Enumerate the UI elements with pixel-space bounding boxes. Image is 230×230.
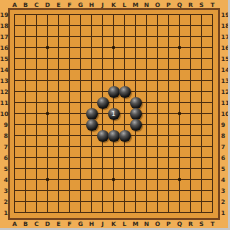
column-label-top-m: M <box>130 1 141 9</box>
column-label-bottom-t: T <box>207 220 218 228</box>
image-edge-bottom <box>0 228 230 230</box>
row-label-left-10: 10 <box>0 108 8 119</box>
column-label-top-g: G <box>75 1 86 9</box>
black-stone-l12[interactable] <box>119 86 131 98</box>
column-label-bottom-g: G <box>75 220 86 228</box>
column-label-bottom-k: K <box>108 220 119 228</box>
black-stone-m10[interactable] <box>130 108 142 120</box>
column-label-top-p: P <box>163 1 174 9</box>
column-label-bottom-n: N <box>141 220 152 228</box>
column-label-bottom-o: O <box>152 220 163 228</box>
column-label-top-f: F <box>64 1 75 9</box>
column-label-bottom-l: L <box>119 220 130 228</box>
black-stone-j8[interactable] <box>97 130 109 142</box>
column-label-bottom-b: B <box>20 220 31 228</box>
star-point-q16 <box>178 46 181 49</box>
column-label-top-a: A <box>9 1 20 9</box>
column-label-bottom-q: Q <box>174 220 185 228</box>
black-stone-k8[interactable] <box>108 130 120 142</box>
row-label-left-15: 15 <box>0 53 8 64</box>
row-label-left-16: 16 <box>0 42 8 53</box>
column-label-top-t: T <box>207 1 218 9</box>
black-stone-m9[interactable] <box>130 119 142 131</box>
black-stone-m11[interactable] <box>130 97 142 109</box>
row-label-left-12: 12 <box>0 86 8 97</box>
column-label-top-o: O <box>152 1 163 9</box>
row-label-left-19: 19 <box>0 9 8 20</box>
row-label-left-8: 8 <box>0 130 8 141</box>
row-label-left-1: 1 <box>0 207 8 218</box>
star-point-q10 <box>178 112 181 115</box>
row-label-left-4: 4 <box>0 174 8 185</box>
column-label-top-n: N <box>141 1 152 9</box>
row-label-left-9: 9 <box>0 119 8 130</box>
column-label-top-d: D <box>42 1 53 9</box>
column-label-top-k: K <box>108 1 119 9</box>
column-label-top-r: R <box>185 1 196 9</box>
column-label-top-c: C <box>31 1 42 9</box>
black-stone-k10[interactable]: 1 <box>108 108 120 120</box>
column-label-bottom-a: A <box>9 220 20 228</box>
column-label-top-e: E <box>53 1 64 9</box>
column-label-top-q: Q <box>174 1 185 9</box>
column-label-bottom-r: R <box>185 220 196 228</box>
black-stone-k12[interactable] <box>108 86 120 98</box>
row-label-left-7: 7 <box>0 141 8 152</box>
row-label-left-3: 3 <box>0 185 8 196</box>
column-label-bottom-h: H <box>86 220 97 228</box>
star-point-d10 <box>46 112 49 115</box>
column-label-bottom-j: J <box>97 220 108 228</box>
black-stone-l8[interactable] <box>119 130 131 142</box>
black-stone-h10[interactable] <box>86 108 98 120</box>
column-label-bottom-s: S <box>196 220 207 228</box>
move-number-label: 1 <box>108 108 120 120</box>
column-label-top-j: J <box>97 1 108 9</box>
image-edge-right <box>228 0 230 230</box>
column-label-bottom-d: D <box>42 220 53 228</box>
column-label-bottom-e: E <box>53 220 64 228</box>
row-label-left-18: 18 <box>0 20 8 31</box>
star-point-k4 <box>112 178 115 181</box>
column-label-bottom-m: M <box>130 220 141 228</box>
row-label-left-5: 5 <box>0 163 8 174</box>
row-label-left-14: 14 <box>0 64 8 75</box>
column-label-top-l: L <box>119 1 130 9</box>
column-label-top-h: H <box>86 1 97 9</box>
star-point-d16 <box>46 46 49 49</box>
column-label-top-b: B <box>20 1 31 9</box>
star-point-d4 <box>46 178 49 181</box>
go-board-diagram: ABCDEFGHJKLMNOPQRST ABCDEFGHJKLMNOPQRST … <box>0 0 230 230</box>
star-point-k16 <box>112 46 115 49</box>
row-label-left-6: 6 <box>0 152 8 163</box>
star-point-q4 <box>178 178 181 181</box>
black-stone-h9[interactable] <box>86 119 98 131</box>
row-label-left-17: 17 <box>0 31 8 42</box>
column-label-bottom-p: P <box>163 220 174 228</box>
column-label-bottom-c: C <box>31 220 42 228</box>
row-label-left-11: 11 <box>0 97 8 108</box>
column-label-top-s: S <box>196 1 207 9</box>
row-label-left-2: 2 <box>0 196 8 207</box>
column-label-bottom-f: F <box>64 220 75 228</box>
row-label-left-13: 13 <box>0 75 8 86</box>
